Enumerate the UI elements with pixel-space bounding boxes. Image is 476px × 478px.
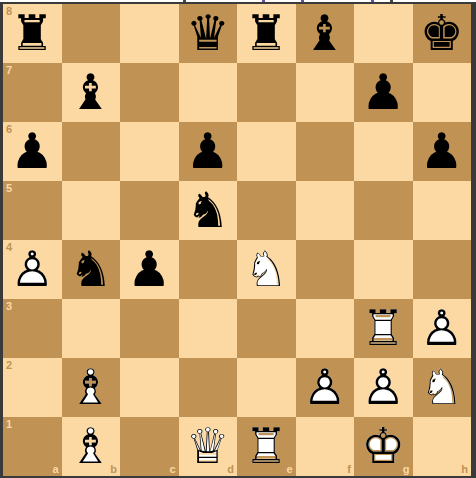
piece-black-pawn[interactable]: ♟ (120, 240, 179, 299)
square-a4[interactable]: 4♟♙ (3, 240, 62, 299)
square-h4[interactable] (413, 240, 472, 299)
piece-white-king[interactable]: ♚♔ (354, 417, 413, 476)
piece-black-pawn[interactable]: ♟ (179, 122, 238, 181)
rank-label-3: 3 (6, 301, 12, 312)
square-b3[interactable] (62, 299, 121, 358)
square-e3[interactable] (237, 299, 296, 358)
square-a5[interactable]: 5 (3, 181, 62, 240)
square-d3[interactable] (179, 299, 238, 358)
square-f6[interactable] (296, 122, 355, 181)
square-f3[interactable] (296, 299, 355, 358)
square-b1[interactable]: b♝♗ (62, 417, 121, 476)
square-h1[interactable]: h (413, 417, 472, 476)
piece-white-bishop[interactable]: ♝♗ (62, 358, 121, 417)
piece-black-knight[interactable]: ♞ (62, 240, 121, 299)
board-frame: 8♜♛♜♝♚7♝♟6♟♟♟5♞4♟♙♞♟♞♘3♜♖♟♙2♝♗♟♙♟♙♞♘1ab♝… (0, 2, 476, 478)
square-c7[interactable] (120, 63, 179, 122)
piece-black-knight[interactable]: ♞ (179, 181, 238, 240)
square-d4[interactable] (179, 240, 238, 299)
piece-white-rook[interactable]: ♜♖ (237, 417, 296, 476)
piece-black-king[interactable]: ♚ (413, 4, 472, 63)
piece-white-knight[interactable]: ♞♘ (237, 240, 296, 299)
square-h2[interactable]: ♞♘ (413, 358, 472, 417)
square-d1[interactable]: d♛♕ (179, 417, 238, 476)
chess-board[interactable]: 8♜♛♜♝♚7♝♟6♟♟♟5♞4♟♙♞♟♞♘3♜♖♟♙2♝♗♟♙♟♙♞♘1ab♝… (3, 4, 471, 476)
rank-label-1: 1 (6, 419, 12, 430)
piece-black-pawn[interactable]: ♟ (3, 122, 62, 181)
cropped-text-remnant (301, 0, 304, 2)
square-e2[interactable] (237, 358, 296, 417)
square-e8[interactable]: ♜ (237, 4, 296, 63)
piece-white-pawn[interactable]: ♟♙ (296, 358, 355, 417)
rank-label-7: 7 (6, 65, 12, 76)
square-f4[interactable] (296, 240, 355, 299)
rank-label-5: 5 (6, 183, 12, 194)
cropped-text-remnant (262, 0, 265, 2)
square-a6[interactable]: 6♟ (3, 122, 62, 181)
piece-black-rook[interactable]: ♜ (3, 4, 62, 63)
piece-black-rook[interactable]: ♜ (237, 4, 296, 63)
square-c3[interactable] (120, 299, 179, 358)
file-label-h: h (461, 464, 468, 475)
square-c6[interactable] (120, 122, 179, 181)
square-g3[interactable]: ♜♖ (354, 299, 413, 358)
square-b6[interactable] (62, 122, 121, 181)
piece-black-bishop[interactable]: ♝ (296, 4, 355, 63)
square-c8[interactable] (120, 4, 179, 63)
square-e6[interactable] (237, 122, 296, 181)
file-label-f: f (347, 464, 351, 475)
square-g2[interactable]: ♟♙ (354, 358, 413, 417)
square-b7[interactable]: ♝ (62, 63, 121, 122)
square-e1[interactable]: e♜♖ (237, 417, 296, 476)
square-e4[interactable]: ♞♘ (237, 240, 296, 299)
square-c2[interactable] (120, 358, 179, 417)
piece-white-pawn[interactable]: ♟♙ (3, 240, 62, 299)
square-g6[interactable] (354, 122, 413, 181)
piece-black-pawn[interactable]: ♟ (354, 63, 413, 122)
square-f2[interactable]: ♟♙ (296, 358, 355, 417)
square-g4[interactable] (354, 240, 413, 299)
file-label-a: a (52, 464, 58, 475)
square-f8[interactable]: ♝ (296, 4, 355, 63)
piece-black-bishop[interactable]: ♝ (62, 63, 121, 122)
square-a1[interactable]: 1a (3, 417, 62, 476)
square-d6[interactable]: ♟ (179, 122, 238, 181)
square-f5[interactable] (296, 181, 355, 240)
file-label-c: c (169, 464, 175, 475)
square-c5[interactable] (120, 181, 179, 240)
piece-white-pawn[interactable]: ♟♙ (413, 299, 472, 358)
square-d2[interactable] (179, 358, 238, 417)
piece-black-pawn[interactable]: ♟ (413, 122, 472, 181)
square-c4[interactable]: ♟ (120, 240, 179, 299)
square-b5[interactable] (62, 181, 121, 240)
square-a8[interactable]: 8♜ (3, 4, 62, 63)
square-c1[interactable]: c (120, 417, 179, 476)
square-b4[interactable]: ♞ (62, 240, 121, 299)
cropped-page-edge (0, 0, 476, 2)
square-h3[interactable]: ♟♙ (413, 299, 472, 358)
square-h8[interactable]: ♚ (413, 4, 472, 63)
page: 8♜♛♜♝♚7♝♟6♟♟♟5♞4♟♙♞♟♞♘3♜♖♟♙2♝♗♟♙♟♙♞♘1ab♝… (0, 0, 476, 478)
rank-label-2: 2 (6, 360, 12, 371)
cropped-text-remnant (371, 0, 374, 2)
square-g5[interactable] (354, 181, 413, 240)
square-d5[interactable]: ♞ (179, 181, 238, 240)
square-d7[interactable] (179, 63, 238, 122)
square-g1[interactable]: g♚♔ (354, 417, 413, 476)
square-h7[interactable] (413, 63, 472, 122)
square-h5[interactable] (413, 181, 472, 240)
cropped-text-remnant (390, 0, 393, 2)
square-a3[interactable]: 3 (3, 299, 62, 358)
square-a2[interactable]: 2 (3, 358, 62, 417)
square-a7[interactable]: 7 (3, 63, 62, 122)
piece-white-pawn[interactable]: ♟♙ (354, 358, 413, 417)
square-g8[interactable] (354, 4, 413, 63)
square-e5[interactable] (237, 181, 296, 240)
cropped-text-remnant (183, 0, 186, 2)
square-g7[interactable]: ♟ (354, 63, 413, 122)
square-f7[interactable] (296, 63, 355, 122)
piece-white-rook[interactable]: ♜♖ (354, 299, 413, 358)
square-b8[interactable] (62, 4, 121, 63)
piece-white-queen[interactable]: ♛♕ (179, 417, 238, 476)
square-d8[interactable]: ♛ (179, 4, 238, 63)
square-e7[interactable] (237, 63, 296, 122)
piece-black-queen[interactable]: ♛ (179, 4, 238, 63)
piece-white-bishop[interactable]: ♝♗ (62, 417, 121, 476)
square-h6[interactable]: ♟ (413, 122, 472, 181)
piece-white-knight[interactable]: ♞♘ (413, 358, 472, 417)
square-b2[interactable]: ♝♗ (62, 358, 121, 417)
square-f1[interactable]: f (296, 417, 355, 476)
